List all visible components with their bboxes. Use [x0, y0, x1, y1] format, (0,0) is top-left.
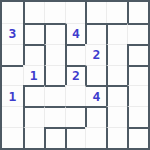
cell-r1c4[interactable] — [65, 2, 86, 23]
cell-r6c3[interactable] — [44, 106, 65, 127]
cell-r6c5[interactable] — [85, 106, 106, 127]
cell-r7c3[interactable] — [44, 127, 65, 148]
cell-r4c1[interactable] — [2, 65, 23, 86]
cell-r5c1[interactable]: 1 — [2, 85, 23, 106]
cell-r1c3[interactable] — [44, 2, 65, 23]
cell-r7c1[interactable] — [2, 127, 23, 148]
cell-r4c5[interactable] — [85, 65, 106, 86]
cell-r4c6[interactable] — [106, 65, 127, 86]
cell-r5c5[interactable]: 4 — [85, 85, 106, 106]
cell-r5c4[interactable] — [65, 85, 86, 106]
cell-r2c4[interactable]: 4 — [65, 23, 86, 44]
cell-r1c2[interactable] — [23, 2, 44, 23]
cell-r1c1[interactable] — [2, 2, 23, 23]
cell-r3c2[interactable] — [23, 44, 44, 65]
cell-r2c1[interactable]: 3 — [2, 23, 23, 44]
cell-r2c5[interactable] — [85, 23, 106, 44]
cell-r5c2[interactable] — [23, 85, 44, 106]
cell-r3c6[interactable] — [106, 44, 127, 65]
cell-r3c5[interactable]: 2 — [85, 44, 106, 65]
puzzle-board: 3421214 — [0, 0, 150, 150]
cell-r4c2[interactable]: 1 — [23, 65, 44, 86]
cell-r4c7[interactable] — [127, 65, 148, 86]
cell-r7c4[interactable] — [65, 127, 86, 148]
cell-r2c6[interactable] — [106, 23, 127, 44]
cell-r6c4[interactable] — [65, 106, 86, 127]
cell-r1c5[interactable] — [85, 2, 106, 23]
cell-r5c6[interactable] — [106, 85, 127, 106]
cell-r1c6[interactable] — [106, 2, 127, 23]
cell-r6c6[interactable] — [106, 106, 127, 127]
cell-r6c7[interactable] — [127, 106, 148, 127]
cell-r4c3[interactable] — [44, 65, 65, 86]
cell-r2c7[interactable] — [127, 23, 148, 44]
cell-r5c7[interactable] — [127, 85, 148, 106]
cell-r3c3[interactable] — [44, 44, 65, 65]
cell-r2c2[interactable] — [23, 23, 44, 44]
cell-r7c2[interactable] — [23, 127, 44, 148]
cell-r3c1[interactable] — [2, 44, 23, 65]
cell-r2c3[interactable] — [44, 23, 65, 44]
cell-r6c2[interactable] — [23, 106, 44, 127]
cell-r5c3[interactable] — [44, 85, 65, 106]
cell-r6c1[interactable] — [2, 106, 23, 127]
cell-r7c6[interactable] — [106, 127, 127, 148]
cell-r3c4[interactable] — [65, 44, 86, 65]
cell-r3c7[interactable] — [127, 44, 148, 65]
cell-r7c7[interactable] — [127, 127, 148, 148]
cell-r4c4[interactable]: 2 — [65, 65, 86, 86]
cell-r1c7[interactable] — [127, 2, 148, 23]
cell-r7c5[interactable] — [85, 127, 106, 148]
